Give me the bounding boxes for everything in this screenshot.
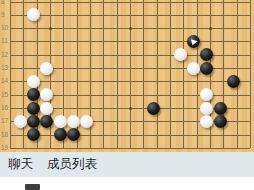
black-stone: [54, 128, 67, 141]
white-stone: [27, 8, 40, 21]
white-stone: [80, 115, 93, 128]
white-stone: [40, 102, 53, 115]
row-coordinate-label: 10: [1, 24, 10, 32]
grid-line-vertical: [103, 0, 104, 148]
black-stone: [27, 115, 40, 128]
last-move-marker: [190, 38, 198, 46]
grid-line-vertical: [130, 0, 131, 148]
row-coordinate-label: 18: [1, 131, 10, 139]
grid-line-vertical: [143, 0, 144, 148]
white-stone: [67, 115, 80, 128]
black-stone: [214, 102, 227, 115]
black-stone: [227, 75, 240, 88]
grid-line-horizontal: [10, 148, 250, 149]
star-point: [129, 27, 132, 30]
black-stone: [147, 102, 160, 115]
go-app-screen: 8910111213141516171819 聊天 成员列表: [0, 0, 254, 190]
white-stone: [174, 48, 187, 61]
grid-line-horizontal: [10, 135, 250, 136]
white-stone: [200, 88, 213, 101]
star-point: [49, 27, 52, 30]
white-stone: [187, 62, 200, 75]
grid-line-vertical: [10, 0, 11, 148]
grid-line-horizontal: [10, 55, 250, 56]
black-stone: [27, 128, 40, 141]
black-stone: [187, 35, 200, 48]
grid-line-vertical: [170, 0, 171, 148]
row-coordinate-label: 14: [1, 77, 10, 85]
black-stone: [214, 115, 227, 128]
white-stone: [40, 88, 53, 101]
row-coordinate-label: 13: [1, 64, 10, 72]
row-coordinate-label: 9: [1, 11, 10, 19]
grid-line-vertical: [237, 0, 238, 148]
white-stone: [27, 75, 40, 88]
grid-line-horizontal: [10, 81, 250, 82]
grid-line-horizontal: [10, 41, 250, 42]
row-coordinate-label: 15: [1, 91, 10, 99]
grid-line-vertical: [157, 0, 158, 148]
grid-line-horizontal: [10, 15, 250, 16]
black-stone: [27, 102, 40, 115]
white-stone: [200, 115, 213, 128]
black-stone: [67, 128, 80, 141]
go-board[interactable]: 8910111213141516171819: [0, 0, 254, 152]
grid-line-vertical: [183, 0, 184, 148]
row-coordinate-label: 19: [1, 144, 10, 152]
black-stone: [200, 62, 213, 75]
star-point: [129, 107, 132, 110]
tab-member-list[interactable]: 成员列表: [47, 156, 97, 173]
row-coordinate-label: 8: [1, 0, 10, 6]
grid-line-vertical: [117, 0, 118, 148]
white-stone: [200, 102, 213, 115]
row-coordinate-label: 11: [1, 37, 10, 45]
row-coordinate-label: 12: [1, 51, 10, 59]
white-stone: [14, 115, 27, 128]
black-stone: [200, 48, 213, 61]
white-stone: [54, 115, 67, 128]
row-coordinate-label: 17: [1, 117, 10, 125]
white-stone: [40, 62, 53, 75]
tab-chat[interactable]: 聊天: [8, 156, 33, 173]
indicator-bar: [25, 184, 40, 190]
black-stone: [40, 115, 53, 128]
row-coordinate-label: 16: [1, 104, 10, 112]
grid-line-horizontal: [10, 2, 250, 3]
grid-line-vertical: [250, 0, 251, 148]
star-point: [209, 27, 212, 30]
bottom-tab-bar: 聊天 成员列表: [0, 152, 254, 177]
black-stone: [27, 88, 40, 101]
